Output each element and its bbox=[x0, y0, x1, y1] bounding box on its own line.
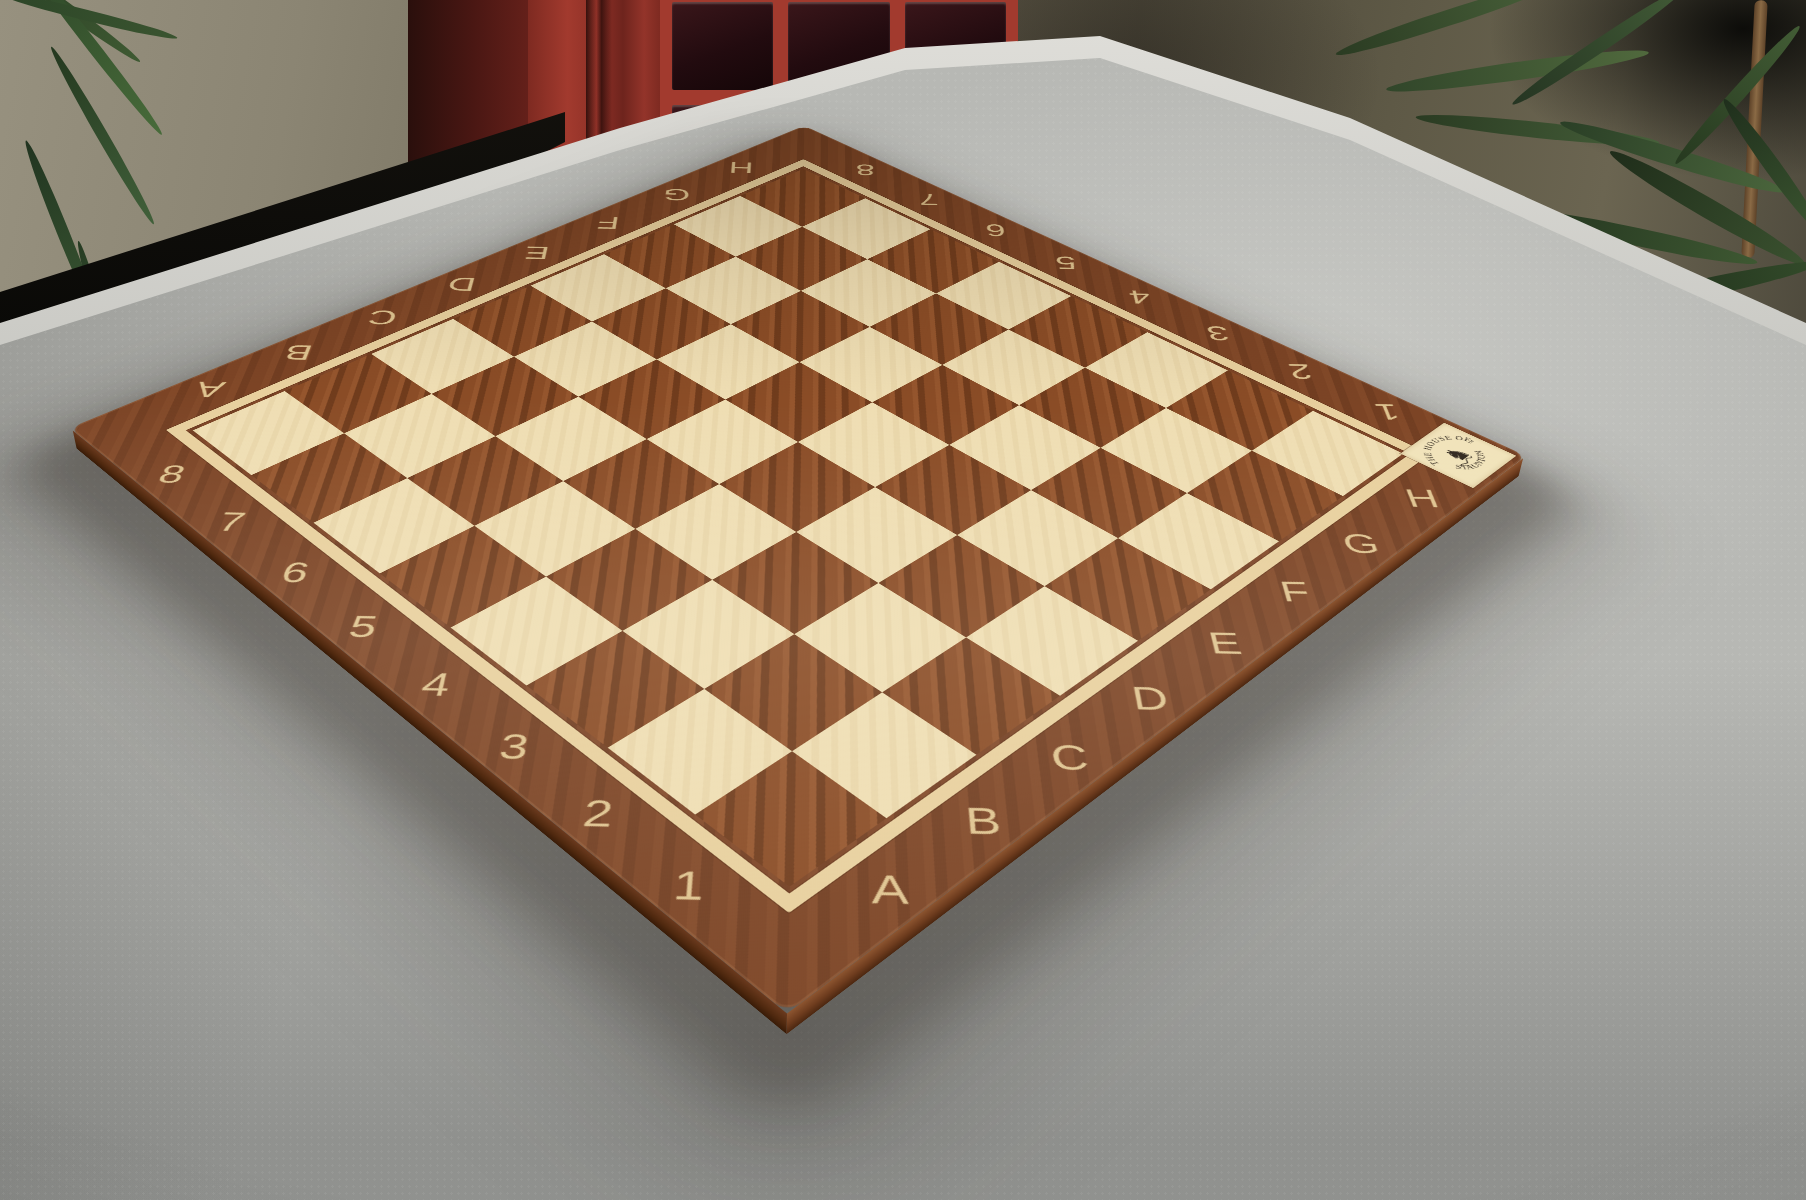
square-a1[interactable] bbox=[695, 751, 886, 886]
square-a3[interactable] bbox=[526, 631, 704, 748]
coord-glyph: A bbox=[191, 376, 229, 402]
square-g1[interactable] bbox=[1187, 451, 1343, 542]
square-b3[interactable] bbox=[622, 580, 794, 689]
square-c2[interactable] bbox=[794, 583, 966, 692]
coord-glyph: G bbox=[1338, 528, 1384, 559]
square-c4[interactable] bbox=[635, 484, 796, 580]
square-a4[interactable] bbox=[451, 577, 623, 686]
coord-glyph: E bbox=[1205, 626, 1245, 661]
square-e2[interactable] bbox=[957, 490, 1118, 586]
square-b1[interactable] bbox=[792, 692, 976, 818]
square-c5[interactable] bbox=[563, 439, 719, 529]
logo-knight-icon: ♞ bbox=[1437, 443, 1477, 465]
coord-glyph: 3 bbox=[496, 727, 532, 767]
board-perspective-wrapper: 87654321 87654321 HGFEDCBA HGFEDCBA THE … bbox=[0, 0, 1806, 1200]
square-a6[interactable] bbox=[314, 478, 475, 573]
coord-glyph: H bbox=[728, 158, 754, 176]
coord-glyph: D bbox=[1129, 680, 1172, 718]
coord-glyph: 2 bbox=[1285, 359, 1316, 383]
coord-glyph: B bbox=[964, 799, 1003, 843]
coord-glyph: C bbox=[1049, 737, 1092, 778]
coord-glyph: 7 bbox=[213, 507, 250, 538]
square-b4[interactable] bbox=[546, 529, 712, 631]
square-d2[interactable] bbox=[878, 535, 1044, 637]
square-d1[interactable] bbox=[966, 586, 1138, 696]
coord-glyph: E bbox=[523, 242, 552, 263]
coord-glyph: G bbox=[662, 185, 691, 204]
coord-glyph: A bbox=[871, 866, 909, 913]
coord-glyph: 7 bbox=[918, 190, 939, 209]
coord-glyph: H bbox=[1401, 484, 1444, 513]
square-e3[interactable] bbox=[875, 445, 1031, 535]
coord-glyph: 1 bbox=[1371, 399, 1404, 425]
square-a7[interactable] bbox=[251, 433, 407, 522]
square-b6[interactable] bbox=[407, 436, 563, 526]
board-frame: 87654321 87654321 HGFEDCBA HGFEDCBA THE … bbox=[70, 126, 1526, 1014]
square-a5[interactable] bbox=[380, 526, 546, 628]
logo-signature bbox=[1458, 456, 1475, 467]
coord-glyph: 8 bbox=[855, 161, 874, 179]
coord-glyph: 3 bbox=[1204, 322, 1232, 345]
coord-glyph: 8 bbox=[153, 460, 190, 489]
square-f2[interactable] bbox=[1031, 448, 1187, 538]
product-photo-scene: 87654321 87654321 HGFEDCBA HGFEDCBA THE … bbox=[0, 0, 1806, 1200]
chess-board: 87654321 87654321 HGFEDCBA HGFEDCBA THE … bbox=[70, 126, 1526, 1014]
coord-glyph: 6 bbox=[277, 556, 314, 589]
square-c3[interactable] bbox=[712, 532, 878, 634]
coord-glyph: 1 bbox=[671, 863, 705, 910]
coord-glyph: D bbox=[445, 273, 478, 295]
square-b5[interactable] bbox=[474, 481, 635, 576]
square-f1[interactable] bbox=[1118, 493, 1279, 589]
coord-glyph: 5 bbox=[345, 609, 381, 644]
coord-glyph: 4 bbox=[418, 666, 454, 704]
coord-glyph: F bbox=[1276, 575, 1314, 608]
square-d3[interactable] bbox=[796, 487, 957, 583]
coord-glyph: F bbox=[596, 213, 621, 233]
coord-glyph: 5 bbox=[1054, 252, 1078, 273]
square-c1[interactable] bbox=[882, 637, 1060, 754]
coord-glyph: 2 bbox=[580, 792, 615, 835]
coord-glyph: B bbox=[281, 340, 317, 364]
coord-glyph: C bbox=[365, 306, 401, 329]
square-d4[interactable] bbox=[719, 442, 875, 532]
coord-glyph: 6 bbox=[984, 220, 1007, 240]
square-b2[interactable] bbox=[704, 634, 882, 751]
coord-glyph: 4 bbox=[1127, 286, 1153, 308]
square-e1[interactable] bbox=[1045, 538, 1211, 641]
square-a2[interactable] bbox=[608, 689, 792, 815]
